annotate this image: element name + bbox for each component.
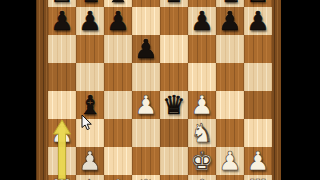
square-a1[interactable]: ♜ (48, 175, 76, 180)
white-king[interactable]: ♚ (188, 147, 216, 175)
square-a7[interactable]: ♟ (48, 7, 76, 35)
square-g5[interactable] (216, 63, 244, 91)
white-pawn[interactable]: ♟ (216, 147, 244, 175)
square-d5[interactable] (132, 63, 160, 91)
white-bishop[interactable]: ♝ (188, 175, 216, 180)
square-g1[interactable] (216, 175, 244, 180)
square-g7[interactable]: ♟ (216, 7, 244, 35)
square-f4[interactable]: ♟ (188, 91, 216, 119)
square-g4[interactable] (216, 91, 244, 119)
square-c7[interactable]: ♟ (104, 7, 132, 35)
square-c5[interactable] (104, 63, 132, 91)
black-pawn[interactable]: ♟ (216, 7, 244, 35)
square-g6[interactable] (216, 35, 244, 63)
square-c6[interactable] (104, 35, 132, 63)
square-d4[interactable]: ♟ (132, 91, 160, 119)
square-d7[interactable] (132, 7, 160, 35)
black-bishop[interactable]: ♝ (76, 91, 104, 119)
square-f3[interactable]: ♞ (188, 119, 216, 147)
square-b7[interactable]: ♟ (76, 7, 104, 35)
square-e2[interactable] (160, 147, 188, 175)
black-pawn[interactable]: ♟ (132, 35, 160, 63)
square-a2[interactable] (48, 147, 76, 175)
square-c1[interactable]: ♝ (104, 175, 132, 180)
square-c2[interactable] (104, 147, 132, 175)
square-d2[interactable] (132, 147, 160, 175)
black-pawn[interactable]: ♟ (244, 7, 272, 35)
square-e7[interactable] (160, 7, 188, 35)
square-b3[interactable] (76, 119, 104, 147)
square-b2[interactable]: ♟ (76, 147, 104, 175)
black-king[interactable]: ♚ (160, 0, 188, 7)
square-h1[interactable]: ♜ (244, 175, 272, 180)
square-h7[interactable]: ♟ (244, 7, 272, 35)
square-a5[interactable] (48, 63, 76, 91)
square-e3[interactable] (160, 119, 188, 147)
square-g3[interactable] (216, 119, 244, 147)
square-h2[interactable]: ♟ (244, 147, 272, 175)
black-pawn[interactable]: ♟ (104, 7, 132, 35)
square-e6[interactable] (160, 35, 188, 63)
white-pawn[interactable]: ♟ (244, 147, 272, 175)
square-f7[interactable]: ♟ (188, 7, 216, 35)
black-queen[interactable]: ♛ (160, 91, 188, 119)
black-pawn[interactable]: ♟ (48, 7, 76, 35)
square-h3[interactable] (244, 119, 272, 147)
white-queen[interactable]: ♛ (132, 175, 160, 180)
square-a4[interactable] (48, 91, 76, 119)
square-a6[interactable] (48, 35, 76, 63)
square-e1[interactable] (160, 175, 188, 180)
white-knight[interactable]: ♞ (76, 175, 104, 180)
square-c4[interactable] (104, 91, 132, 119)
square-b1[interactable]: ♞ (76, 175, 104, 180)
square-e4[interactable]: ♛ (160, 91, 188, 119)
white-bishop[interactable]: ♝ (104, 175, 132, 180)
square-g2[interactable]: ♟ (216, 147, 244, 175)
white-pawn[interactable]: ♟ (76, 147, 104, 175)
square-b4[interactable]: ♝ (76, 91, 104, 119)
white-rook[interactable]: ♜ (244, 175, 272, 180)
square-f6[interactable] (188, 35, 216, 63)
black-pawn[interactable]: ♟ (76, 7, 104, 35)
square-d1[interactable]: ♛ (132, 175, 160, 180)
chess-board[interactable]: ♜♞♝♚♞♜♟♟♟♟♟♟♟♝♟♛♟♟♞♟♚♟♟♜♞♝♛♝♜ (48, 0, 272, 180)
square-f1[interactable]: ♝ (188, 175, 216, 180)
board-frame: ♜♞♝♚♞♜♟♟♟♟♟♟♟♝♟♛♟♟♞♟♚♟♟♜♞♝♛♝♜ (36, 0, 281, 180)
square-d8[interactable] (132, 0, 160, 7)
square-b6[interactable] (76, 35, 104, 63)
white-pawn[interactable]: ♟ (188, 91, 216, 119)
square-e8[interactable]: ♚ (160, 0, 188, 7)
white-pawn[interactable]: ♟ (132, 91, 160, 119)
white-rook[interactable]: ♜ (48, 175, 76, 180)
square-d3[interactable] (132, 119, 160, 147)
white-knight[interactable]: ♞ (188, 119, 216, 147)
square-h4[interactable] (244, 91, 272, 119)
app-screen: ♜♞♝♚♞♜♟♟♟♟♟♟♟♝♟♛♟♟♞♟♚♟♟♜♞♝♛♝♜ (0, 0, 320, 180)
square-b5[interactable] (76, 63, 104, 91)
white-pawn[interactable]: ♟ (48, 119, 76, 147)
square-d6[interactable]: ♟ (132, 35, 160, 63)
square-a3[interactable]: ♟ (48, 119, 76, 147)
square-h5[interactable] (244, 63, 272, 91)
square-c3[interactable] (104, 119, 132, 147)
black-pawn[interactable]: ♟ (188, 7, 216, 35)
square-f2[interactable]: ♚ (188, 147, 216, 175)
square-h6[interactable] (244, 35, 272, 63)
square-e5[interactable] (160, 63, 188, 91)
square-f5[interactable] (188, 63, 216, 91)
